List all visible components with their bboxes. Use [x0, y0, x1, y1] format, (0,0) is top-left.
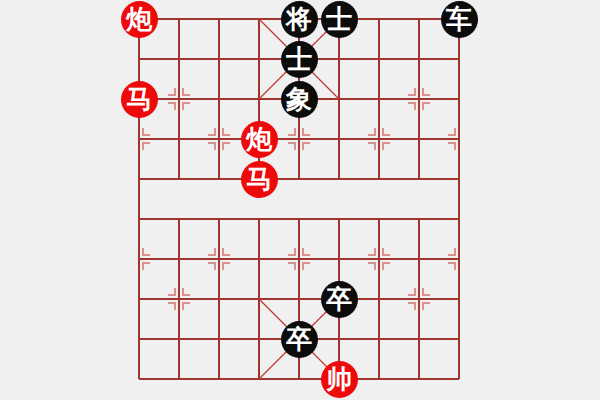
piece-red-horse[interactable]: 马: [121, 81, 158, 118]
piece-black-general[interactable]: 将: [281, 1, 318, 38]
pieces-layer: 炮将士车士马象炮马卒卒帅: [119, 0, 479, 399]
piece-black-advisor[interactable]: 士: [281, 41, 318, 78]
piece-black-chariot[interactable]: 车: [441, 1, 478, 38]
piece-black-elephant[interactable]: 象: [281, 81, 318, 118]
piece-red-cannon[interactable]: 炮: [241, 121, 278, 158]
piece-red-cannon[interactable]: 炮: [121, 1, 158, 38]
piece-black-soldier[interactable]: 卒: [321, 281, 358, 318]
piece-red-horse[interactable]: 马: [241, 161, 278, 198]
piece-black-soldier[interactable]: 卒: [281, 321, 318, 358]
piece-red-general[interactable]: 帅: [321, 361, 358, 398]
xiangqi-board-screen: 炮将士车士马象炮马卒卒帅: [0, 0, 600, 400]
piece-black-advisor[interactable]: 士: [321, 1, 358, 38]
